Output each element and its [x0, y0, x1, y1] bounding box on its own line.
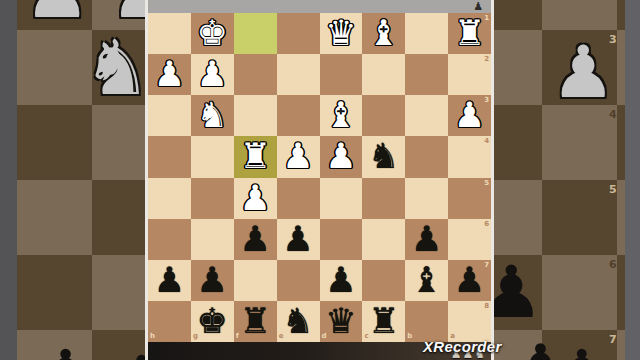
square-g3[interactable]: ♞	[191, 95, 234, 136]
square-g4[interactable]	[191, 136, 234, 177]
bg-rank-label-6: 6	[609, 258, 617, 271]
square-a1[interactable]: 1♜	[448, 13, 491, 54]
bg-white-pawn-icon: ♟	[24, 0, 90, 28]
square-f8[interactable]: f♜	[234, 301, 277, 342]
square-d7[interactable]: ♟	[320, 260, 363, 301]
file-label-h: h	[150, 333, 155, 340]
square-a3[interactable]: 3♟	[448, 95, 491, 136]
square-h5[interactable]	[148, 178, 191, 219]
piece-white-pawn[interactable]: ♟	[234, 178, 277, 219]
piece-white-bishop[interactable]: ♝	[362, 13, 405, 54]
square-a7[interactable]: 7♟	[448, 260, 491, 301]
square-h8[interactable]: h	[148, 301, 191, 342]
piece-black-pawn[interactable]: ♟	[234, 219, 277, 260]
square-b6[interactable]: ♟	[405, 219, 448, 260]
square-c3[interactable]	[362, 95, 405, 136]
square-g1[interactable]: ♚	[191, 13, 234, 54]
square-b2[interactable]	[405, 54, 448, 95]
square-a4[interactable]: 4	[448, 136, 491, 177]
square-h7[interactable]: ♟	[148, 260, 191, 301]
rank-label-4: 4	[484, 138, 489, 145]
piece-black-pawn[interactable]: ♟	[277, 219, 320, 260]
square-g2[interactable]: ♟	[191, 54, 234, 95]
square-h1[interactable]	[148, 13, 191, 54]
square-b4[interactable]	[405, 136, 448, 177]
square-f4[interactable]: ♜	[234, 136, 277, 177]
bg-rank-label-3: 3	[609, 33, 617, 46]
piece-black-bishop[interactable]: ♝	[405, 260, 448, 301]
xrecorder-watermark: XRecorder	[423, 338, 502, 355]
bg-white-pawn-icon: ♟	[551, 36, 616, 108]
bg-black-pawn-icon: ♟	[554, 342, 610, 360]
rank-label-8: 8	[484, 303, 489, 310]
piece-black-pawn[interactable]: ♟	[320, 260, 363, 301]
square-e3[interactable]	[277, 95, 320, 136]
square-e1[interactable]	[277, 13, 320, 54]
bg-rank-label-7: 7	[609, 333, 617, 346]
piece-black-queen[interactable]: ♛	[320, 301, 363, 342]
square-a2[interactable]: 2	[448, 54, 491, 95]
square-h4[interactable]	[148, 136, 191, 177]
square-b3[interactable]	[405, 95, 448, 136]
square-b8[interactable]: b	[405, 301, 448, 342]
square-f6[interactable]: ♟	[234, 219, 277, 260]
square-c4[interactable]: ♞	[362, 136, 405, 177]
piece-white-pawn[interactable]: ♟	[320, 136, 363, 177]
chess-board[interactable]: ♚♛♝1♜♟♟2♞♝3♟♜♟♟♞4♟5♟♟♟6♟♟♟♝7♟hg♚f♜e♞d♛c♜…	[148, 13, 491, 342]
square-g7[interactable]: ♟	[191, 260, 234, 301]
square-g5[interactable]	[191, 178, 234, 219]
right-gray-strip	[625, 0, 640, 360]
square-d5[interactable]	[320, 178, 363, 219]
piece-white-knight[interactable]: ♞	[191, 95, 234, 136]
piece-white-rook[interactable]: ♜	[448, 13, 491, 54]
rank-label-5: 5	[484, 180, 489, 187]
piece-black-rook[interactable]: ♜	[362, 301, 405, 342]
square-c8[interactable]: c♜	[362, 301, 405, 342]
piece-white-pawn[interactable]: ♟	[148, 54, 191, 95]
bg-white-knight-icon: ♞	[83, 30, 151, 106]
square-g6[interactable]	[191, 219, 234, 260]
square-h6[interactable]	[148, 219, 191, 260]
piece-white-pawn[interactable]: ♟	[277, 136, 320, 177]
square-h3[interactable]	[148, 95, 191, 136]
square-e7[interactable]	[277, 260, 320, 301]
bg-black-pawn-icon: ♟	[36, 342, 95, 360]
square-c7[interactable]	[362, 260, 405, 301]
bg-rank-label-5: 5	[609, 183, 617, 196]
square-c2[interactable]	[362, 54, 405, 95]
square-f3[interactable]	[234, 95, 277, 136]
square-d1[interactable]: ♛	[320, 13, 363, 54]
square-g8[interactable]: g♚	[191, 301, 234, 342]
square-a6[interactable]: 6	[448, 219, 491, 260]
captured-black-pawn-icon: ♟	[473, 0, 483, 13]
square-c1[interactable]: ♝	[362, 13, 405, 54]
piece-white-pawn[interactable]: ♟	[191, 54, 234, 95]
piece-white-queen[interactable]: ♛	[320, 13, 363, 54]
piece-black-pawn[interactable]: ♟	[148, 260, 191, 301]
square-b7[interactable]: ♝	[405, 260, 448, 301]
square-d2[interactable]	[320, 54, 363, 95]
square-e5[interactable]	[277, 178, 320, 219]
square-b1[interactable]	[405, 13, 448, 54]
left-gray-strip	[0, 0, 17, 360]
piece-white-bishop[interactable]: ♝	[320, 95, 363, 136]
square-d8[interactable]: d♛	[320, 301, 363, 342]
square-a8[interactable]: 8a	[448, 301, 491, 342]
bg-rank-label-4: 4	[609, 108, 617, 121]
square-e2[interactable]	[277, 54, 320, 95]
square-c6[interactable]	[362, 219, 405, 260]
square-e6[interactable]: ♟	[277, 219, 320, 260]
rank-label-2: 2	[484, 56, 489, 63]
square-f7[interactable]	[234, 260, 277, 301]
piece-black-rook[interactable]: ♜	[234, 301, 277, 342]
square-e4[interactable]: ♟	[277, 136, 320, 177]
piece-black-knight[interactable]: ♞	[362, 136, 405, 177]
piece-black-pawn[interactable]: ♟	[191, 260, 234, 301]
piece-black-knight[interactable]: ♞	[277, 301, 320, 342]
piece-black-king[interactable]: ♚	[191, 301, 234, 342]
square-f1[interactable]	[234, 13, 277, 54]
square-e8[interactable]: e♞	[277, 301, 320, 342]
piece-black-pawn[interactable]: ♟	[448, 260, 491, 301]
square-d3[interactable]: ♝	[320, 95, 363, 136]
file-label-b: b	[407, 333, 412, 340]
rank-label-6: 6	[484, 221, 489, 228]
square-h2[interactable]: ♟	[148, 54, 191, 95]
chess-app-panel: ♟ ♚♛♝1♜♟♟2♞♝3♟♜♟♟♞4♟5♟♟♟6♟♟♟♝7♟hg♚f♜e♞d♛…	[145, 0, 494, 360]
square-d6[interactable]	[320, 219, 363, 260]
piece-white-king[interactable]: ♚	[191, 13, 234, 54]
square-f5[interactable]: ♟	[234, 178, 277, 219]
top-bar: ♟	[148, 0, 491, 13]
square-f2[interactable]	[234, 54, 277, 95]
piece-white-rook[interactable]: ♜	[234, 136, 277, 177]
square-b5[interactable]	[405, 178, 448, 219]
piece-black-pawn[interactable]: ♟	[405, 219, 448, 260]
square-a5[interactable]: 5	[448, 178, 491, 219]
piece-white-pawn[interactable]: ♟	[448, 95, 491, 136]
square-d4[interactable]: ♟	[320, 136, 363, 177]
square-c5[interactable]	[362, 178, 405, 219]
